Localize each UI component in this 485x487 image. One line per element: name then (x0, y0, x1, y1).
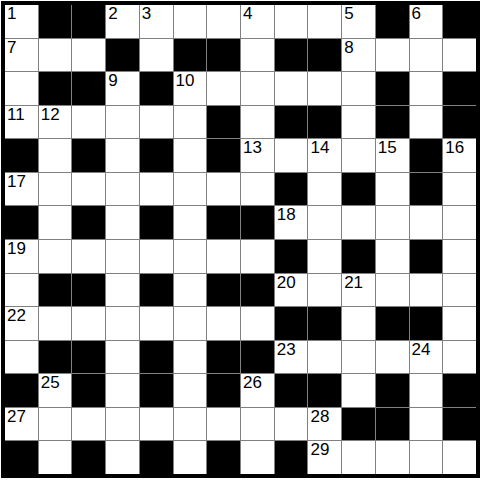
black-cell-r7c8 (275, 240, 308, 273)
cell-r6c8[interactable]: 18 (275, 206, 308, 239)
cell-r2c8[interactable] (275, 72, 308, 105)
cell-r5c1[interactable] (39, 173, 72, 206)
clue-number-29: 29 (310, 441, 329, 459)
cell-r2c7[interactable] (241, 72, 274, 105)
black-cell-r1c5 (174, 39, 207, 72)
clue-number-12: 12 (41, 106, 60, 124)
black-cell-r7c12 (410, 240, 443, 273)
cell-r6c5[interactable] (174, 206, 207, 239)
black-cell-r3c6 (207, 106, 240, 139)
cell-r0c3[interactable]: 2 (106, 5, 139, 38)
black-cell-r10c1 (39, 341, 72, 374)
cell-r3c3[interactable] (106, 106, 139, 139)
cell-r0c9[interactable] (308, 5, 341, 38)
black-cell-r0c1 (39, 5, 72, 38)
clue-number-2: 2 (108, 5, 117, 23)
clue-number-18: 18 (277, 206, 296, 224)
cell-r9c5[interactable] (174, 307, 207, 340)
black-cell-r13c4 (140, 441, 173, 474)
cell-r9c6[interactable] (207, 307, 240, 340)
clue-number-10: 10 (176, 72, 195, 90)
cell-r0c0[interactable]: 1 (5, 5, 38, 38)
crossword-board: 1234567891011121314151617181920212223242… (5, 5, 476, 474)
cell-r1c7[interactable] (241, 39, 274, 72)
black-cell-r6c4 (140, 206, 173, 239)
clue-number-26: 26 (243, 374, 262, 392)
cell-r3c10[interactable] (342, 106, 375, 139)
black-cell-r5c12 (410, 173, 443, 206)
black-cell-r4c6 (207, 139, 240, 172)
cell-r4c7[interactable]: 13 (241, 139, 274, 172)
cell-r5c5[interactable] (174, 173, 207, 206)
cell-r13c11[interactable] (376, 441, 409, 474)
black-cell-r13c2 (72, 441, 105, 474)
cell-r10c9[interactable] (308, 341, 341, 374)
cell-r7c3[interactable] (106, 240, 139, 273)
clue-number-8: 8 (344, 39, 353, 57)
cell-r5c6[interactable] (207, 173, 240, 206)
cell-r13c9[interactable]: 29 (308, 441, 341, 474)
cell-r2c9[interactable] (308, 72, 341, 105)
black-cell-r10c4 (140, 341, 173, 374)
cell-r9c1[interactable] (39, 307, 72, 340)
black-cell-r13c0 (5, 441, 38, 474)
cell-r13c13[interactable] (443, 441, 476, 474)
black-cell-r11c13 (443, 374, 476, 407)
cell-r10c11[interactable] (376, 341, 409, 374)
black-cell-r5c8 (275, 173, 308, 206)
cell-r5c11[interactable] (376, 173, 409, 206)
clue-number-13: 13 (243, 139, 262, 157)
cell-r5c7[interactable] (241, 173, 274, 206)
cell-r11c12[interactable] (410, 374, 443, 407)
cell-r8c12[interactable] (410, 274, 443, 307)
cell-r7c4[interactable] (140, 240, 173, 273)
black-cell-r6c7 (241, 206, 274, 239)
cell-r1c4[interactable] (140, 39, 173, 72)
cell-r6c13[interactable] (443, 206, 476, 239)
clue-number-15: 15 (378, 139, 397, 157)
cell-r13c10[interactable] (342, 441, 375, 474)
black-cell-r5c10 (342, 173, 375, 206)
cell-r0c5[interactable] (174, 5, 207, 38)
cell-r2c5[interactable]: 10 (174, 72, 207, 105)
clue-number-9: 9 (108, 72, 117, 90)
cell-r1c0[interactable]: 7 (5, 39, 38, 72)
black-cell-r1c8 (275, 39, 308, 72)
black-cell-r0c11 (376, 5, 409, 38)
black-cell-r8c6 (207, 274, 240, 307)
cell-r6c10[interactable] (342, 206, 375, 239)
cell-r3c12[interactable] (410, 106, 443, 139)
cell-r7c7[interactable] (241, 240, 274, 273)
black-cell-r3c9 (308, 106, 341, 139)
cell-r1c2[interactable] (72, 39, 105, 72)
cell-r2c10[interactable] (342, 72, 375, 105)
cell-r10c10[interactable] (342, 341, 375, 374)
black-cell-r12c13 (443, 408, 476, 441)
black-cell-r6c6 (207, 206, 240, 239)
cell-r0c10[interactable]: 5 (342, 5, 375, 38)
cell-r5c9[interactable] (308, 173, 341, 206)
cell-r3c4[interactable] (140, 106, 173, 139)
cell-r11c7[interactable]: 26 (241, 374, 274, 407)
cell-r10c5[interactable] (174, 341, 207, 374)
black-cell-r4c4 (140, 139, 173, 172)
cell-r3c5[interactable] (174, 106, 207, 139)
cell-r2c3[interactable]: 9 (106, 72, 139, 105)
black-cell-r1c3 (106, 39, 139, 72)
black-cell-r12c11 (376, 408, 409, 441)
black-cell-r4c12 (410, 139, 443, 172)
cell-r7c6[interactable] (207, 240, 240, 273)
cell-r4c5[interactable] (174, 139, 207, 172)
cell-r10c3[interactable] (106, 341, 139, 374)
clue-number-21: 21 (344, 274, 363, 292)
black-cell-r10c7 (241, 341, 274, 374)
cell-r0c8[interactable] (275, 5, 308, 38)
black-cell-r0c2 (72, 5, 105, 38)
cell-r12c1[interactable] (39, 408, 72, 441)
cell-r12c5[interactable] (174, 408, 207, 441)
cell-r11c1[interactable]: 25 (39, 374, 72, 407)
black-cell-r9c11 (376, 307, 409, 340)
clue-number-4: 4 (243, 5, 252, 23)
cell-r0c6[interactable] (207, 5, 240, 38)
black-cell-r2c1 (39, 72, 72, 105)
cell-r10c13[interactable] (443, 341, 476, 374)
cell-r0c12[interactable]: 6 (410, 5, 443, 38)
black-cell-r0c13 (443, 5, 476, 38)
cell-r5c2[interactable] (72, 173, 105, 206)
cell-r9c4[interactable] (140, 307, 173, 340)
black-cell-r13c8 (275, 441, 308, 474)
cell-r1c1[interactable] (39, 39, 72, 72)
clue-number-11: 11 (7, 106, 25, 124)
black-cell-r8c7 (241, 274, 274, 307)
cell-r7c11[interactable] (376, 240, 409, 273)
cell-r8c13[interactable] (443, 274, 476, 307)
black-cell-r2c11 (376, 72, 409, 105)
cell-r6c9[interactable] (308, 206, 341, 239)
black-cell-r3c11 (376, 106, 409, 139)
cell-r9c13[interactable] (443, 307, 476, 340)
cell-r4c10[interactable] (342, 139, 375, 172)
cell-r2c0[interactable] (5, 72, 38, 105)
cell-r5c13[interactable] (443, 173, 476, 206)
cell-r3c7[interactable] (241, 106, 274, 139)
cell-r9c2[interactable] (72, 307, 105, 340)
black-cell-r8c1 (39, 274, 72, 307)
cell-r5c0[interactable]: 17 (5, 173, 38, 206)
clue-number-27: 27 (7, 408, 26, 426)
cell-r3c0[interactable]: 11 (5, 106, 38, 139)
cell-r7c5[interactable] (174, 240, 207, 273)
cell-r4c3[interactable] (106, 139, 139, 172)
cell-r3c2[interactable] (72, 106, 105, 139)
black-cell-r8c2 (72, 274, 105, 307)
cell-r12c6[interactable] (207, 408, 240, 441)
cell-r13c5[interactable] (174, 441, 207, 474)
black-cell-r3c13 (443, 106, 476, 139)
black-cell-r11c0 (5, 374, 38, 407)
cell-r11c3[interactable] (106, 374, 139, 407)
cell-r7c1[interactable] (39, 240, 72, 273)
clue-number-1: 1 (7, 5, 16, 23)
black-cell-r11c2 (72, 374, 105, 407)
cell-r7c13[interactable] (443, 240, 476, 273)
cell-r9c0[interactable]: 22 (5, 307, 38, 340)
cell-r8c9[interactable] (308, 274, 341, 307)
cell-r9c3[interactable] (106, 307, 139, 340)
cell-r12c2[interactable] (72, 408, 105, 441)
cell-r7c2[interactable] (72, 240, 105, 273)
cell-r12c3[interactable] (106, 408, 139, 441)
clue-number-25: 25 (41, 374, 60, 392)
cell-r1c11[interactable] (376, 39, 409, 72)
cell-r6c12[interactable] (410, 206, 443, 239)
cell-r4c9[interactable]: 14 (308, 139, 341, 172)
cell-r10c0[interactable] (5, 341, 38, 374)
black-cell-r1c9 (308, 39, 341, 72)
cell-r9c10[interactable] (342, 307, 375, 340)
clue-number-7: 7 (7, 39, 16, 57)
cell-r4c13[interactable]: 16 (443, 139, 476, 172)
clue-number-3: 3 (142, 5, 151, 23)
black-cell-r11c11 (376, 374, 409, 407)
cell-r2c12[interactable] (410, 72, 443, 105)
cell-r12c7[interactable] (241, 408, 274, 441)
cell-r8c11[interactable] (376, 274, 409, 307)
clue-number-28: 28 (310, 408, 329, 426)
black-cell-r9c9 (308, 307, 341, 340)
cell-r4c1[interactable] (39, 139, 72, 172)
cell-r1c10[interactable]: 8 (342, 39, 375, 72)
black-cell-r13c6 (207, 441, 240, 474)
cell-r5c4[interactable] (140, 173, 173, 206)
black-cell-r11c8 (275, 374, 308, 407)
cell-r4c11[interactable]: 15 (376, 139, 409, 172)
cell-r11c10[interactable] (342, 374, 375, 407)
cell-r5c3[interactable] (106, 173, 139, 206)
clue-number-19: 19 (7, 240, 26, 258)
black-cell-r2c13 (443, 72, 476, 105)
clue-number-5: 5 (344, 5, 353, 23)
black-cell-r10c6 (207, 341, 240, 374)
black-cell-r9c8 (275, 307, 308, 340)
cell-r13c1[interactable] (39, 441, 72, 474)
cell-r0c7[interactable]: 4 (241, 5, 274, 38)
cell-r3c1[interactable]: 12 (39, 106, 72, 139)
clue-number-24: 24 (412, 341, 431, 359)
cell-r6c3[interactable] (106, 206, 139, 239)
cell-r8c0[interactable] (5, 274, 38, 307)
cell-r12c12[interactable] (410, 408, 443, 441)
crossword-page: 1234567891011121314151617181920212223242… (0, 0, 485, 487)
board-frame: 1234567891011121314151617181920212223242… (1, 1, 480, 478)
black-cell-r4c0 (5, 139, 38, 172)
clue-number-17: 17 (7, 173, 26, 191)
black-cell-r2c4 (140, 72, 173, 105)
clue-number-23: 23 (277, 341, 296, 359)
cell-r12c0[interactable]: 27 (5, 408, 38, 441)
cell-r9c7[interactable] (241, 307, 274, 340)
black-cell-r11c4 (140, 374, 173, 407)
clue-number-6: 6 (412, 5, 421, 23)
cell-r12c9[interactable]: 28 (308, 408, 341, 441)
black-cell-r11c9 (308, 374, 341, 407)
black-cell-r3c8 (275, 106, 308, 139)
cell-r12c4[interactable] (140, 408, 173, 441)
cell-r10c8[interactable]: 23 (275, 341, 308, 374)
cell-r1c12[interactable] (410, 39, 443, 72)
clue-number-22: 22 (7, 307, 26, 325)
cell-r13c12[interactable] (410, 441, 443, 474)
black-cell-r9c12 (410, 307, 443, 340)
cell-r13c7[interactable] (241, 441, 274, 474)
cell-r10c12[interactable]: 24 (410, 341, 443, 374)
cell-r7c9[interactable] (308, 240, 341, 273)
black-cell-r11c6 (207, 374, 240, 407)
clue-number-14: 14 (310, 139, 329, 157)
cell-r2c6[interactable] (207, 72, 240, 105)
cell-r8c5[interactable] (174, 274, 207, 307)
black-cell-r1c6 (207, 39, 240, 72)
black-cell-r10c2 (72, 341, 105, 374)
black-cell-r4c2 (72, 139, 105, 172)
black-cell-r12c10 (342, 408, 375, 441)
black-cell-r6c0 (5, 206, 38, 239)
cell-r4c8[interactable] (275, 139, 308, 172)
cell-r8c10[interactable]: 21 (342, 274, 375, 307)
cell-r8c8[interactable]: 20 (275, 274, 308, 307)
cell-r6c11[interactable] (376, 206, 409, 239)
cell-r6c1[interactable] (39, 206, 72, 239)
black-cell-r6c2 (72, 206, 105, 239)
cell-r1c13[interactable] (443, 39, 476, 72)
cell-r8c3[interactable] (106, 274, 139, 307)
cell-r13c3[interactable] (106, 441, 139, 474)
cell-r7c0[interactable]: 19 (5, 240, 38, 273)
black-cell-r8c4 (140, 274, 173, 307)
black-cell-r7c10 (342, 240, 375, 273)
clue-number-20: 20 (277, 274, 296, 292)
cell-r0c4[interactable]: 3 (140, 5, 173, 38)
black-cell-r2c2 (72, 72, 105, 105)
cell-r11c5[interactable] (174, 374, 207, 407)
clue-number-16: 16 (445, 139, 464, 157)
cell-r12c8[interactable] (275, 408, 308, 441)
